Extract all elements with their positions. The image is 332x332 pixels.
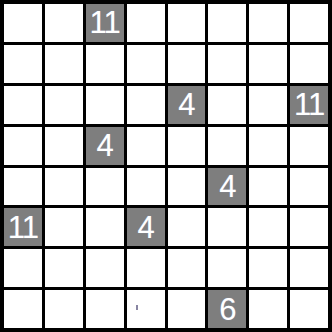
cell-r5c8[interactable]	[290, 168, 328, 206]
cell-r4c3-clue: 4	[86, 127, 124, 165]
cell-r3c6[interactable]	[208, 86, 246, 124]
cell-r6c4-clue: 4	[127, 208, 165, 246]
cell-r8c7[interactable]	[249, 290, 287, 328]
cell-r6c2[interactable]	[45, 208, 83, 246]
cell-r3c2[interactable]	[45, 86, 83, 124]
cell-r7c1[interactable]	[4, 249, 42, 287]
cell-r2c5[interactable]	[168, 45, 206, 83]
cell-r5c1[interactable]	[4, 168, 42, 206]
cell-r8c3[interactable]	[86, 290, 124, 328]
cell-r4c6[interactable]	[208, 127, 246, 165]
cell-r5c6-clue: 4	[208, 168, 246, 206]
cell-r5c5[interactable]	[168, 168, 206, 206]
cell-r6c8[interactable]	[290, 208, 328, 246]
cell-r7c4[interactable]	[127, 249, 165, 287]
cell-r4c7[interactable]	[249, 127, 287, 165]
cell-r1c6[interactable]	[208, 4, 246, 42]
cell-r4c2[interactable]	[45, 127, 83, 165]
cell-r2c8[interactable]	[290, 45, 328, 83]
cell-r7c6[interactable]	[208, 249, 246, 287]
cell-r6c5[interactable]	[168, 208, 206, 246]
cell-r4c5[interactable]	[168, 127, 206, 165]
cell-r1c1[interactable]	[4, 4, 42, 42]
cell-r2c2[interactable]	[45, 45, 83, 83]
cell-r5c3[interactable]	[86, 168, 124, 206]
cell-r7c8[interactable]	[290, 249, 328, 287]
cell-r2c6[interactable]	[208, 45, 246, 83]
cell-r7c7[interactable]	[249, 249, 287, 287]
cell-r6c6[interactable]	[208, 208, 246, 246]
cell-r7c3[interactable]	[86, 249, 124, 287]
cell-r8c4[interactable]	[127, 290, 165, 328]
cell-r3c8-clue: 11	[290, 86, 328, 124]
cell-r6c1-clue: 11	[4, 208, 42, 246]
cell-r2c4[interactable]	[127, 45, 165, 83]
cell-r7c5[interactable]	[168, 249, 206, 287]
cell-r2c1[interactable]	[4, 45, 42, 83]
cell-r1c4[interactable]	[127, 4, 165, 42]
cell-r8c1[interactable]	[4, 290, 42, 328]
cell-r3c3[interactable]	[86, 86, 124, 124]
cell-r1c7[interactable]	[249, 4, 287, 42]
cell-r8c5[interactable]	[168, 290, 206, 328]
cell-r3c4[interactable]	[127, 86, 165, 124]
cell-r6c3[interactable]	[86, 208, 124, 246]
cell-r4c1[interactable]	[4, 127, 42, 165]
cell-r2c3[interactable]	[86, 45, 124, 83]
cell-r7c2[interactable]	[45, 249, 83, 287]
cell-r2c7[interactable]	[249, 45, 287, 83]
cell-r1c5[interactable]	[168, 4, 206, 42]
cell-r3c5-clue: 4	[168, 86, 206, 124]
cell-r8c8[interactable]	[290, 290, 328, 328]
cell-r5c2[interactable]	[45, 168, 83, 206]
puzzle-board: 11411441146	[0, 0, 332, 332]
cell-r4c4[interactable]	[127, 127, 165, 165]
cell-r8c6-clue: 6	[208, 290, 246, 328]
cell-r1c2[interactable]	[45, 4, 83, 42]
cell-r4c8[interactable]	[290, 127, 328, 165]
stray-mark	[136, 305, 138, 310]
cell-r1c3-clue: 11	[86, 4, 124, 42]
cell-r3c7[interactable]	[249, 86, 287, 124]
cell-r3c1[interactable]	[4, 86, 42, 124]
cell-r5c7[interactable]	[249, 168, 287, 206]
cell-r6c7[interactable]	[249, 208, 287, 246]
cell-r5c4[interactable]	[127, 168, 165, 206]
cell-r1c8[interactable]	[290, 4, 328, 42]
cell-r8c2[interactable]	[45, 290, 83, 328]
